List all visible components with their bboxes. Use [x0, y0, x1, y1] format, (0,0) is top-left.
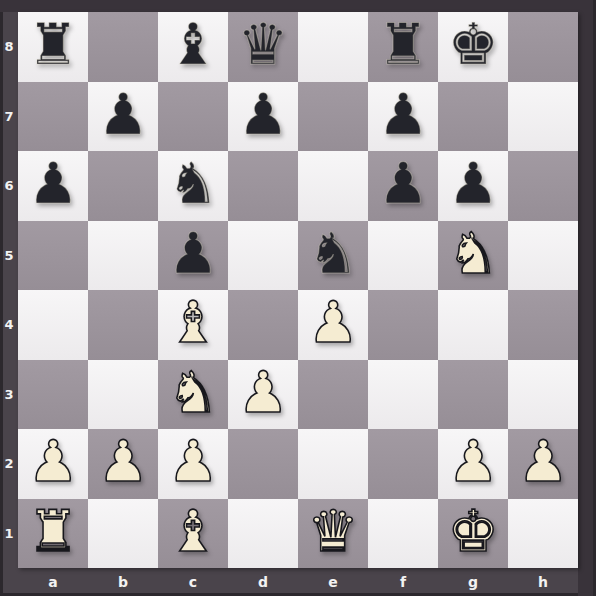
square-h2[interactable]: ♟: [508, 429, 578, 499]
file-label-g: g: [438, 568, 508, 596]
square-h5[interactable]: [508, 221, 578, 291]
file-label-d: d: [228, 568, 298, 596]
square-d4[interactable]: [228, 290, 298, 360]
square-d3[interactable]: ♟: [228, 360, 298, 430]
square-b1[interactable]: [88, 499, 158, 569]
file-label-h: h: [508, 568, 578, 596]
piece-white-knight[interactable]: ♞: [167, 364, 218, 421]
piece-white-knight[interactable]: ♞: [447, 225, 498, 282]
square-e2[interactable]: [298, 429, 368, 499]
square-d8[interactable]: ♛: [228, 12, 298, 82]
piece-white-pawn[interactable]: ♟: [167, 433, 218, 490]
square-e8[interactable]: [298, 12, 368, 82]
frame-top-strip: [0, 0, 596, 12]
square-e6[interactable]: [298, 151, 368, 221]
square-a1[interactable]: ♜: [18, 499, 88, 569]
piece-white-pawn[interactable]: ♟: [97, 433, 148, 490]
square-g2[interactable]: ♟: [438, 429, 508, 499]
square-a3[interactable]: [18, 360, 88, 430]
square-c7[interactable]: [158, 82, 228, 152]
rank-label-4: 4: [0, 290, 18, 360]
piece-black-bishop[interactable]: ♝: [167, 16, 218, 73]
piece-white-pawn[interactable]: ♟: [447, 433, 498, 490]
rank-label-1: 1: [0, 499, 18, 569]
piece-white-queen[interactable]: ♛: [307, 503, 358, 560]
square-a4[interactable]: [18, 290, 88, 360]
square-e7[interactable]: [298, 82, 368, 152]
square-b7[interactable]: ♟: [88, 82, 158, 152]
square-f3[interactable]: [368, 360, 438, 430]
rank-label-3: 3: [0, 360, 18, 430]
piece-black-rook[interactable]: ♜: [377, 16, 428, 73]
piece-white-bishop[interactable]: ♝: [167, 503, 218, 560]
file-label-b: b: [88, 568, 158, 596]
square-a5[interactable]: [18, 221, 88, 291]
square-b8[interactable]: [88, 12, 158, 82]
file-label-a: a: [18, 568, 88, 596]
square-a8[interactable]: ♜: [18, 12, 88, 82]
square-f8[interactable]: ♜: [368, 12, 438, 82]
square-h6[interactable]: [508, 151, 578, 221]
piece-black-pawn[interactable]: ♟: [377, 86, 428, 143]
piece-white-pawn[interactable]: ♟: [27, 433, 78, 490]
square-h7[interactable]: [508, 82, 578, 152]
piece-black-pawn[interactable]: ♟: [237, 86, 288, 143]
file-label-e: e: [298, 568, 368, 596]
square-h8[interactable]: [508, 12, 578, 82]
piece-black-king[interactable]: ♚: [447, 16, 498, 73]
chessboard-frame: 87654321 abcdefgh ♜♝♛♜♚♟♟♟♟♞♟♟♟♞♞♝♟♞♟♟♟♟…: [0, 0, 596, 596]
square-a2[interactable]: ♟: [18, 429, 88, 499]
square-c3[interactable]: ♞: [158, 360, 228, 430]
square-g1[interactable]: ♚: [438, 499, 508, 569]
square-c1[interactable]: ♝: [158, 499, 228, 569]
square-g5[interactable]: ♞: [438, 221, 508, 291]
piece-black-pawn[interactable]: ♟: [97, 86, 148, 143]
square-e4[interactable]: ♟: [298, 290, 368, 360]
rank-label-7: 7: [0, 82, 18, 152]
square-d5[interactable]: [228, 221, 298, 291]
piece-white-rook[interactable]: ♜: [27, 503, 78, 560]
square-h1[interactable]: [508, 499, 578, 569]
piece-black-knight[interactable]: ♞: [167, 155, 218, 212]
square-f5[interactable]: [368, 221, 438, 291]
file-label-f: f: [368, 568, 438, 596]
square-b2[interactable]: ♟: [88, 429, 158, 499]
square-c4[interactable]: ♝: [158, 290, 228, 360]
piece-white-king[interactable]: ♚: [447, 503, 498, 560]
square-b3[interactable]: [88, 360, 158, 430]
file-labels: abcdefgh: [18, 568, 578, 596]
piece-white-pawn[interactable]: ♟: [237, 364, 288, 421]
rank-label-5: 5: [0, 221, 18, 291]
square-g8[interactable]: ♚: [438, 12, 508, 82]
square-b5[interactable]: [88, 221, 158, 291]
piece-black-pawn[interactable]: ♟: [27, 155, 78, 212]
square-f7[interactable]: ♟: [368, 82, 438, 152]
square-f1[interactable]: [368, 499, 438, 569]
piece-black-rook[interactable]: ♜: [27, 16, 78, 73]
square-e3[interactable]: [298, 360, 368, 430]
square-g7[interactable]: [438, 82, 508, 152]
square-h3[interactable]: [508, 360, 578, 430]
square-c8[interactable]: ♝: [158, 12, 228, 82]
square-d1[interactable]: [228, 499, 298, 569]
square-e5[interactable]: ♞: [298, 221, 368, 291]
square-e1[interactable]: ♛: [298, 499, 368, 569]
rank-label-2: 2: [0, 429, 18, 499]
square-b6[interactable]: [88, 151, 158, 221]
file-label-c: c: [158, 568, 228, 596]
chess-board: ♜♝♛♜♚♟♟♟♟♞♟♟♟♞♞♝♟♞♟♟♟♟♟♟♜♝♛♚: [18, 12, 578, 568]
piece-black-queen[interactable]: ♛: [237, 16, 288, 73]
frame-right-strip: [578, 0, 596, 596]
square-g3[interactable]: [438, 360, 508, 430]
square-b4[interactable]: [88, 290, 158, 360]
square-f6[interactable]: ♟: [368, 151, 438, 221]
piece-black-pawn[interactable]: ♟: [447, 155, 498, 212]
square-d6[interactable]: [228, 151, 298, 221]
square-h4[interactable]: [508, 290, 578, 360]
square-d2[interactable]: [228, 429, 298, 499]
piece-white-pawn[interactable]: ♟: [307, 294, 358, 351]
square-f4[interactable]: [368, 290, 438, 360]
square-a7[interactable]: [18, 82, 88, 152]
square-d7[interactable]: ♟: [228, 82, 298, 152]
piece-black-pawn[interactable]: ♟: [377, 155, 428, 212]
rank-labels: 87654321: [0, 12, 18, 568]
square-a6[interactable]: ♟: [18, 151, 88, 221]
square-f2[interactable]: [368, 429, 438, 499]
square-c6[interactable]: ♞: [158, 151, 228, 221]
square-g6[interactable]: ♟: [438, 151, 508, 221]
piece-white-pawn[interactable]: ♟: [517, 433, 568, 490]
piece-black-pawn[interactable]: ♟: [167, 225, 218, 282]
piece-black-knight[interactable]: ♞: [307, 225, 358, 282]
square-c5[interactable]: ♟: [158, 221, 228, 291]
piece-white-bishop[interactable]: ♝: [167, 294, 218, 351]
square-g4[interactable]: [438, 290, 508, 360]
rank-label-8: 8: [0, 12, 18, 82]
square-c2[interactable]: ♟: [158, 429, 228, 499]
rank-label-6: 6: [0, 151, 18, 221]
